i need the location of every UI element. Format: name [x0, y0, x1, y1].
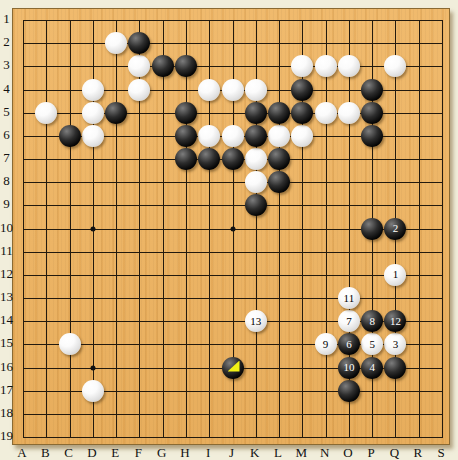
- stone-black-J16[interactable]: [222, 357, 244, 379]
- row-label-12: 12: [0, 267, 13, 281]
- stone-white-M3[interactable]: [291, 55, 313, 77]
- row-label-15: 15: [0, 336, 13, 350]
- triangle-mark-icon: [228, 361, 240, 372]
- move-number-label: 11: [338, 287, 360, 309]
- column-label-J: J: [220, 446, 243, 459]
- stone-black-L7[interactable]: [268, 148, 290, 170]
- row-label-14: 14: [0, 313, 13, 327]
- stone-white-F4[interactable]: [128, 79, 150, 101]
- stone-white-L6[interactable]: [268, 125, 290, 147]
- row-label-17: 17: [0, 383, 13, 397]
- stone-white-N15[interactable]: 9: [315, 333, 337, 355]
- stone-black-L5[interactable]: [268, 102, 290, 124]
- stone-black-P4[interactable]: [361, 79, 383, 101]
- stone-black-H6[interactable]: [175, 125, 197, 147]
- column-label-O: O: [336, 446, 359, 459]
- stone-black-P5[interactable]: [361, 102, 383, 124]
- column-label-F: F: [127, 446, 150, 459]
- move-number-label: 10: [338, 357, 360, 379]
- move-number-label: 8: [361, 310, 383, 332]
- stone-black-K9[interactable]: [245, 194, 267, 216]
- stone-white-I6[interactable]: [198, 125, 220, 147]
- row-label-18: 18: [0, 406, 13, 420]
- row-label-16: 16: [0, 360, 13, 374]
- column-label-G: G: [150, 446, 173, 459]
- stone-black-P10[interactable]: [361, 218, 383, 240]
- grid-line: [23, 437, 443, 438]
- row-label-5: 5: [0, 105, 13, 119]
- row-label-7: 7: [0, 151, 13, 165]
- stone-white-N5[interactable]: [315, 102, 337, 124]
- stone-white-O3[interactable]: [338, 55, 360, 77]
- move-number-label: 13: [245, 310, 267, 332]
- grid-line: [23, 298, 443, 299]
- stone-black-F2[interactable]: [128, 32, 150, 54]
- stone-black-J7[interactable]: [222, 148, 244, 170]
- stone-black-O17[interactable]: [338, 380, 360, 402]
- stone-white-B5[interactable]: [35, 102, 57, 124]
- column-label-Q: Q: [383, 446, 406, 459]
- row-label-9: 9: [0, 197, 13, 211]
- move-number-label: 7: [338, 310, 360, 332]
- stone-white-I4[interactable]: [198, 79, 220, 101]
- row-label-8: 8: [0, 174, 13, 188]
- stone-white-K8[interactable]: [245, 171, 267, 193]
- stone-black-H3[interactable]: [175, 55, 197, 77]
- stone-white-Q12[interactable]: 1: [384, 264, 406, 286]
- column-label-K: K: [243, 446, 266, 459]
- stone-white-F3[interactable]: [128, 55, 150, 77]
- column-label-E: E: [104, 446, 127, 459]
- column-label-P: P: [360, 446, 383, 459]
- stone-white-C15[interactable]: [59, 333, 81, 355]
- column-label-H: H: [173, 446, 196, 459]
- star-point: [90, 226, 95, 231]
- move-number-label: 1: [384, 264, 406, 286]
- stone-white-K7[interactable]: [245, 148, 267, 170]
- stone-white-K14[interactable]: 13: [245, 310, 267, 332]
- stone-black-H7[interactable]: [175, 148, 197, 170]
- stone-white-M6[interactable]: [291, 125, 313, 147]
- stone-black-Q10[interactable]: 2: [384, 218, 406, 240]
- column-label-A: A: [11, 446, 34, 459]
- stone-black-M4[interactable]: [291, 79, 313, 101]
- stone-black-P6[interactable]: [361, 125, 383, 147]
- stone-black-C6[interactable]: [59, 125, 81, 147]
- grid-line: [326, 20, 327, 438]
- move-number-label: 2: [384, 218, 406, 240]
- column-label-C: C: [57, 446, 80, 459]
- column-label-R: R: [406, 446, 429, 459]
- grid-line: [442, 20, 443, 438]
- row-label-19: 19: [0, 429, 13, 443]
- stone-black-K6[interactable]: [245, 125, 267, 147]
- row-label-3: 3: [0, 58, 13, 72]
- stone-black-O15[interactable]: 6: [338, 333, 360, 355]
- row-label-11: 11: [0, 244, 13, 258]
- row-label-1: 1: [0, 12, 13, 26]
- move-number-label: 9: [315, 333, 337, 355]
- stone-white-D4[interactable]: [82, 79, 104, 101]
- move-number-label: 12: [384, 310, 406, 332]
- move-number-label: 5: [361, 333, 383, 355]
- stone-black-I7[interactable]: [198, 148, 220, 170]
- move-number-label: 3: [384, 333, 406, 355]
- stone-white-D17[interactable]: [82, 380, 104, 402]
- star-point: [90, 365, 95, 370]
- column-label-S: S: [430, 446, 453, 459]
- stone-black-P16[interactable]: 4: [361, 357, 383, 379]
- grid-line: [23, 414, 443, 415]
- row-label-13: 13: [0, 290, 13, 304]
- move-number-label: 4: [361, 357, 383, 379]
- stone-white-Q3[interactable]: [384, 55, 406, 77]
- row-label-10: 10: [0, 221, 13, 235]
- column-label-N: N: [313, 446, 336, 459]
- row-label-6: 6: [0, 128, 13, 142]
- column-label-M: M: [290, 446, 313, 459]
- stone-white-D6[interactable]: [82, 125, 104, 147]
- stone-white-O14[interactable]: 7: [338, 310, 360, 332]
- grid-line: [23, 252, 443, 253]
- grid-line: [279, 20, 280, 438]
- grid-line: [23, 275, 443, 276]
- stone-black-G3[interactable]: [152, 55, 174, 77]
- column-label-L: L: [267, 446, 290, 459]
- move-number-label: 6: [338, 333, 360, 355]
- column-label-D: D: [80, 446, 103, 459]
- stone-black-Q16[interactable]: [384, 357, 406, 379]
- stone-white-J4[interactable]: [222, 79, 244, 101]
- go-diagram: 12345678910111213 ABCDEFGHIJKLMNOPQRS123…: [0, 0, 458, 460]
- stone-white-N3[interactable]: [315, 55, 337, 77]
- column-label-B: B: [34, 446, 57, 459]
- go-board[interactable]: 12345678910111213: [12, 8, 450, 445]
- stone-white-O13[interactable]: 11: [338, 287, 360, 309]
- stone-black-H5[interactable]: [175, 102, 197, 124]
- stone-white-P15[interactable]: 5: [361, 333, 383, 355]
- stone-black-L8[interactable]: [268, 171, 290, 193]
- stone-white-O5[interactable]: [338, 102, 360, 124]
- row-label-2: 2: [0, 35, 13, 49]
- stone-black-P14[interactable]: 8: [361, 310, 383, 332]
- stone-white-E2[interactable]: [105, 32, 127, 54]
- stone-black-E5[interactable]: [105, 102, 127, 124]
- stone-white-Q15[interactable]: 3: [384, 333, 406, 355]
- stone-white-J6[interactable]: [222, 125, 244, 147]
- column-label-I: I: [197, 446, 220, 459]
- stone-white-D5[interactable]: [82, 102, 104, 124]
- stone-black-Q14[interactable]: 12: [384, 310, 406, 332]
- grid-line: [419, 20, 420, 438]
- stone-black-M5[interactable]: [291, 102, 313, 124]
- star-point: [230, 226, 235, 231]
- stone-black-O16[interactable]: 10: [338, 357, 360, 379]
- row-label-4: 4: [0, 82, 13, 96]
- stone-black-K5[interactable]: [245, 102, 267, 124]
- stone-white-K4[interactable]: [245, 79, 267, 101]
